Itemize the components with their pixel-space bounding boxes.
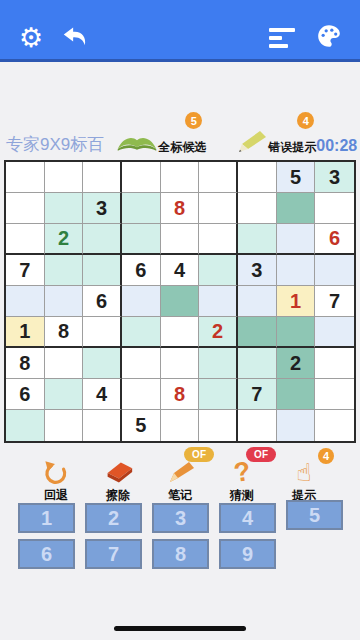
- error-hint-label: 错误提示: [268, 139, 316, 158]
- cell-r5c7[interactable]: [238, 286, 277, 317]
- cell-r9c8[interactable]: [277, 410, 316, 441]
- cell-r4c4[interactable]: 6: [122, 255, 161, 286]
- cell-r8c5[interactable]: 8: [161, 379, 200, 410]
- undo-move-label: 回退: [44, 487, 68, 504]
- list-icon: [269, 28, 297, 48]
- cell-r1c9[interactable]: 3: [315, 162, 354, 193]
- cell-r3c6[interactable]: [199, 224, 238, 255]
- cell-r5c1[interactable]: [6, 286, 45, 317]
- pencil-icon: [232, 128, 268, 158]
- cell-r2c8[interactable]: [277, 193, 316, 224]
- error-hint-button[interactable]: 错误提示 4: [232, 128, 316, 158]
- cell-r8c7[interactable]: 7: [238, 379, 277, 410]
- menu-button[interactable]: [268, 24, 298, 52]
- cell-r8c6[interactable]: [199, 379, 238, 410]
- numpad-3[interactable]: 3: [152, 503, 209, 533]
- cell-r6c9[interactable]: [315, 317, 354, 348]
- cell-r6c6[interactable]: 2: [199, 317, 238, 348]
- cell-r1c3[interactable]: [83, 162, 122, 193]
- cell-r1c8[interactable]: 5: [277, 162, 316, 193]
- cell-r5c4[interactable]: [122, 286, 161, 317]
- numpad-1[interactable]: 1: [18, 503, 75, 533]
- pointing-hand-icon: ☝: [296, 458, 311, 486]
- back-arrow-icon: [61, 24, 89, 52]
- cell-r1c7[interactable]: [238, 162, 277, 193]
- mark-candidates-button[interactable]: 全标候选 5: [116, 128, 206, 158]
- numpad-5[interactable]: 5: [286, 500, 343, 530]
- cell-r6c3[interactable]: [83, 317, 122, 348]
- notes-label: 笔记: [168, 487, 192, 504]
- cell-r4c7[interactable]: 3: [238, 255, 277, 286]
- cell-r2c1[interactable]: [6, 193, 45, 224]
- cell-r7c6[interactable]: [199, 348, 238, 379]
- cell-r2c7[interactable]: [238, 193, 277, 224]
- cell-r9c5[interactable]: [161, 410, 200, 441]
- gear-icon: ⚙: [19, 24, 43, 52]
- guess-label: 猜测: [230, 487, 254, 504]
- info-bar: 专家9X9标百 全标候选 5 错误提示 4 00:28: [0, 118, 360, 160]
- guess-button[interactable]: OF ? 猜测: [224, 456, 260, 504]
- cell-r9c2[interactable]: [45, 410, 84, 441]
- cell-r3c4[interactable]: [122, 224, 161, 255]
- numpad-9[interactable]: 9: [219, 539, 276, 569]
- cell-r8c2[interactable]: [45, 379, 84, 410]
- cell-r3c2[interactable]: 2: [45, 224, 84, 255]
- cell-r7c1[interactable]: 8: [6, 348, 45, 379]
- cell-r2c3[interactable]: 3: [83, 193, 122, 224]
- cell-r7c5[interactable]: [161, 348, 200, 379]
- hint-button[interactable]: 4 ☝ 提示: [286, 456, 322, 504]
- cell-r1c4[interactable]: [122, 162, 161, 193]
- numpad-2[interactable]: 2: [85, 503, 142, 533]
- sudoku-board: 53382676436171828264875: [4, 160, 356, 443]
- cell-r4c8[interactable]: [277, 255, 316, 286]
- cell-r8c8[interactable]: [277, 379, 316, 410]
- numpad-6[interactable]: 6: [18, 539, 75, 569]
- cell-r5c8[interactable]: 1: [277, 286, 316, 317]
- notes-off-badge: OF: [184, 447, 214, 462]
- cell-r1c5[interactable]: [161, 162, 200, 193]
- cell-r2c9[interactable]: [315, 193, 354, 224]
- candidates-badge: 5: [185, 112, 202, 129]
- number-pad: 1 2 3 4 5 6 7 8 9: [0, 503, 360, 575]
- cell-r1c2[interactable]: [45, 162, 84, 193]
- cell-r7c7[interactable]: [238, 348, 277, 379]
- notes-button[interactable]: OF 笔记: [162, 456, 198, 504]
- palette-icon: [316, 23, 342, 53]
- cell-r7c2[interactable]: [45, 348, 84, 379]
- numpad-4[interactable]: 4: [219, 503, 276, 533]
- cell-r7c9[interactable]: [315, 348, 354, 379]
- cell-r5c2[interactable]: [45, 286, 84, 317]
- cell-r4c3[interactable]: [83, 255, 122, 286]
- cell-r4c2[interactable]: [45, 255, 84, 286]
- cell-r8c9[interactable]: [315, 379, 354, 410]
- cell-r3c1[interactable]: [6, 224, 45, 255]
- numpad-7[interactable]: 7: [85, 539, 142, 569]
- cell-r6c7[interactable]: [238, 317, 277, 348]
- cell-r1c1[interactable]: [6, 162, 45, 193]
- cell-r3c7[interactable]: [238, 224, 277, 255]
- cell-r9c9[interactable]: [315, 410, 354, 441]
- hint-count-badge: 4: [318, 448, 334, 464]
- cell-r5c6[interactable]: [199, 286, 238, 317]
- cell-r8c3[interactable]: 4: [83, 379, 122, 410]
- eraser-icon: [101, 456, 135, 486]
- cell-r4c6[interactable]: [199, 255, 238, 286]
- cell-r6c1[interactable]: 1: [6, 317, 45, 348]
- settings-button[interactable]: ⚙: [16, 24, 46, 52]
- cell-r3c9[interactable]: 6: [315, 224, 354, 255]
- mark-candidates-label: 全标候选: [158, 139, 206, 158]
- theme-button[interactable]: [314, 24, 344, 52]
- undo-circular-arrow-icon: [43, 456, 69, 486]
- cell-r9c6[interactable]: [199, 410, 238, 441]
- guess-off-badge: OF: [246, 447, 276, 462]
- question-mark-icon: ?: [232, 457, 252, 487]
- cell-r9c4[interactable]: 5: [122, 410, 161, 441]
- home-indicator: [114, 626, 246, 631]
- cell-r9c7[interactable]: [238, 410, 277, 441]
- cell-r6c4[interactable]: [122, 317, 161, 348]
- cell-r8c1[interactable]: 6: [6, 379, 45, 410]
- cell-r7c4[interactable]: [122, 348, 161, 379]
- cell-r9c1[interactable]: [6, 410, 45, 441]
- erase-button[interactable]: 擦除: [100, 456, 136, 504]
- cell-r1c6[interactable]: [199, 162, 238, 193]
- cell-r3c5[interactable]: [161, 224, 200, 255]
- cell-r4c9[interactable]: [315, 255, 354, 286]
- cell-r5c3[interactable]: 6: [83, 286, 122, 317]
- timer: 00:28: [316, 137, 357, 158]
- book-icon: [116, 128, 158, 158]
- undo-move-button[interactable]: 回退: [38, 456, 74, 504]
- cell-r2c6[interactable]: [199, 193, 238, 224]
- cell-r3c3[interactable]: [83, 224, 122, 255]
- cell-r9c3[interactable]: [83, 410, 122, 441]
- cell-r2c5[interactable]: 8: [161, 193, 200, 224]
- numpad-8[interactable]: 8: [152, 539, 209, 569]
- cell-r2c4[interactable]: [122, 193, 161, 224]
- cell-r6c5[interactable]: [161, 317, 200, 348]
- cell-r7c3[interactable]: [83, 348, 122, 379]
- cell-r6c8[interactable]: [277, 317, 316, 348]
- cell-r3c8[interactable]: [277, 224, 316, 255]
- cell-r4c1[interactable]: 7: [6, 255, 45, 286]
- cell-r2c2[interactable]: [45, 193, 84, 224]
- error-hint-badge: 4: [297, 112, 314, 129]
- erase-label: 擦除: [106, 487, 130, 504]
- cell-r7c8[interactable]: 2: [277, 348, 316, 379]
- top-bar: ⚙: [0, 0, 360, 62]
- cell-r5c9[interactable]: 7: [315, 286, 354, 317]
- cell-r5c5[interactable]: [161, 286, 200, 317]
- cell-r6c2[interactable]: 8: [45, 317, 84, 348]
- cell-r8c4[interactable]: [122, 379, 161, 410]
- bottom-toolbar: 回退 擦除 OF 笔记 OF ? 猜测 4 ☝ 提示: [0, 450, 360, 504]
- level-label: 专家9X9标百: [6, 133, 104, 158]
- undo-button[interactable]: [60, 24, 90, 52]
- cell-r4c5[interactable]: 4: [161, 255, 200, 286]
